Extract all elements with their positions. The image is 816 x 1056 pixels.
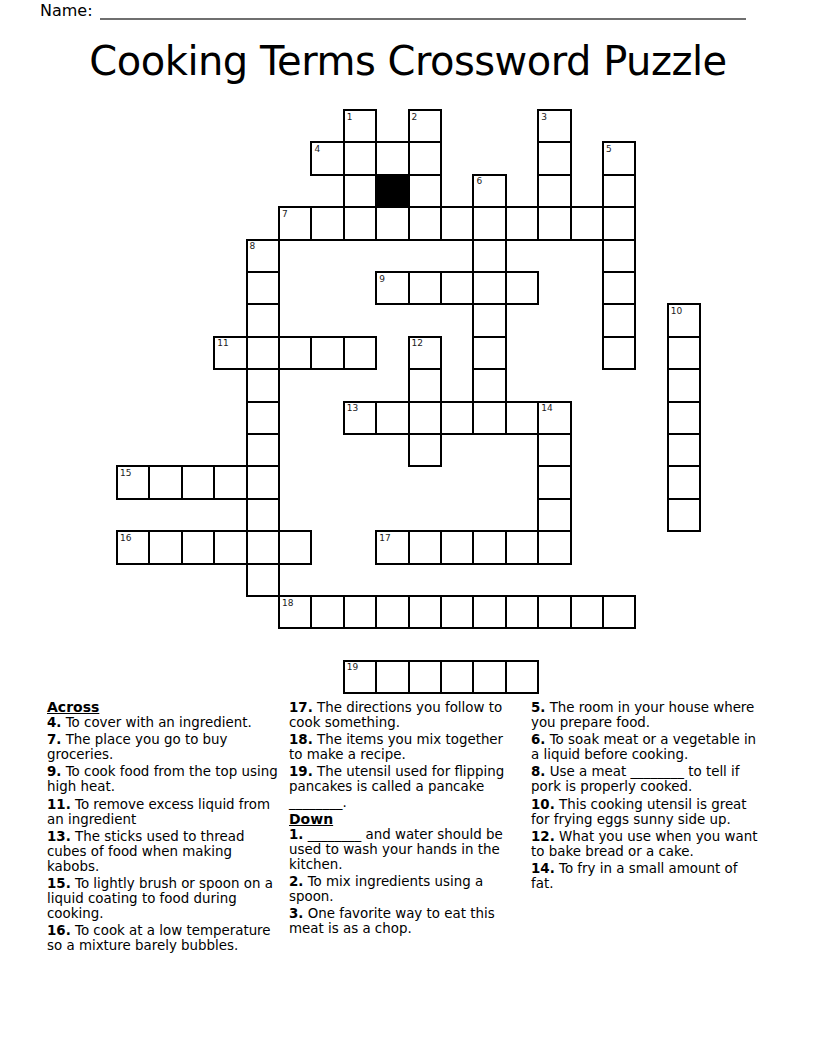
grid-cell[interactable] [246, 433, 280, 467]
grid-cell[interactable] [602, 239, 636, 273]
across-clue-4: 4. To cover with an ingredient. [47, 715, 278, 730]
cell-number: 2 [412, 112, 418, 122]
grid-cell[interactable] [246, 303, 280, 337]
grid-cell[interactable]: 12 [408, 336, 442, 370]
grid-cell[interactable] [213, 530, 247, 564]
grid-cell[interactable] [343, 595, 377, 629]
grid-cell[interactable] [570, 595, 604, 629]
grid-cell[interactable] [537, 498, 571, 532]
clue-number: 9. [47, 764, 61, 779]
clue-number: 16. [47, 923, 71, 938]
grid-cell[interactable] [246, 465, 280, 499]
grid-cell[interactable] [667, 465, 701, 499]
grid-cell[interactable] [343, 206, 377, 240]
grid-cell[interactable] [375, 401, 409, 435]
across-clue-19: 19. The utensil used for flipping pancak… [289, 764, 520, 809]
grid-cell[interactable] [472, 303, 506, 337]
across-clue-17: 17. The directions you follow to cook so… [289, 700, 520, 730]
name-label: Name: [40, 2, 93, 20]
grid-cell[interactable] [375, 660, 409, 694]
clue-number: 1. [289, 827, 303, 842]
grid-cell[interactable] [408, 174, 442, 208]
across-clue-7: 7. The place you go to buy groceries. [47, 732, 278, 762]
grid-cell[interactable] [472, 336, 506, 370]
grid-cell[interactable] [278, 530, 312, 564]
grid-cell[interactable]: 18 [278, 595, 312, 629]
cell-number: 9 [379, 274, 385, 284]
grid-cell[interactable]: 5 [602, 141, 636, 175]
down-clue-1: 1. ________ and water should be used to … [289, 827, 520, 872]
clue-number: 8. [531, 764, 545, 779]
cell-number: 5 [606, 144, 612, 154]
clue-number: 14. [531, 861, 555, 876]
grid-cell[interactable] [537, 206, 571, 240]
crossword-grid: 12345678910111213141516171819 [117, 110, 701, 694]
grid-cell[interactable] [246, 271, 280, 305]
grid-cell[interactable]: 3 [537, 109, 571, 143]
down-clue-3: 3. One favorite way to eat this meat is … [289, 906, 520, 936]
cell-number: 1 [347, 112, 353, 122]
clue-number: 6. [531, 732, 545, 747]
grid-cell[interactable] [602, 303, 636, 337]
grid-cell[interactable]: 16 [116, 530, 150, 564]
grid-cell[interactable] [537, 141, 571, 175]
grid-cell[interactable] [602, 271, 636, 305]
grid-cell[interactable] [408, 530, 442, 564]
grid-cell[interactable] [181, 465, 215, 499]
grid-cell[interactable] [246, 530, 280, 564]
grid-cell[interactable] [505, 271, 539, 305]
cell-number: 7 [282, 209, 288, 219]
cell-number: 14 [541, 403, 552, 413]
cell-number: 19 [347, 662, 358, 672]
grid-cell[interactable] [246, 401, 280, 435]
grid-cell[interactable] [310, 206, 344, 240]
grid-cell[interactable] [602, 206, 636, 240]
grid-cell[interactable] [472, 368, 506, 402]
grid-cell[interactable] [408, 206, 442, 240]
clue-column-left: Across4. To cover with an ingredient.7. … [47, 700, 278, 956]
grid-cell[interactable] [537, 174, 571, 208]
grid-cell[interactable]: 6 [472, 174, 506, 208]
grid-cell[interactable] [310, 336, 344, 370]
across-header: Across [47, 700, 278, 715]
grid-cell[interactable] [278, 336, 312, 370]
down-clue-10: 10. This cooking utensil is great for fr… [531, 797, 762, 827]
grid-cell[interactable] [440, 271, 474, 305]
clue-column-right: 5. The room in your house where you prep… [531, 700, 762, 893]
grid-cell[interactable] [310, 595, 344, 629]
grid-cell[interactable] [375, 206, 409, 240]
grid-cell[interactable]: 11 [213, 336, 247, 370]
grid-cell[interactable] [505, 401, 539, 435]
cell-number: 18 [282, 598, 293, 608]
cell-number: 11 [217, 338, 228, 348]
grid-cell[interactable] [440, 660, 474, 694]
grid-cell[interactable] [537, 465, 571, 499]
grid-cell[interactable] [667, 498, 701, 532]
down-header: Down [289, 812, 520, 827]
cell-number: 6 [476, 176, 482, 186]
grid-cell[interactable] [570, 206, 604, 240]
grid-cell[interactable] [375, 141, 409, 175]
grid-cell[interactable] [213, 465, 247, 499]
grid-cell[interactable] [472, 206, 506, 240]
grid-cell[interactable] [537, 530, 571, 564]
grid-cell[interactable] [505, 595, 539, 629]
across-clue-18: 18. The items you mix together to make a… [289, 732, 520, 762]
grid-cell[interactable] [472, 239, 506, 273]
grid-cell[interactable]: 8 [246, 239, 280, 273]
grid-cell[interactable] [667, 401, 701, 435]
grid-cell[interactable] [343, 336, 377, 370]
clue-number: 4. [47, 715, 61, 730]
grid-cell[interactable] [440, 206, 474, 240]
down-clue-12: 12. What you use when you want to bake b… [531, 829, 762, 859]
cell-number: 13 [347, 403, 358, 413]
cell-number: 10 [671, 306, 682, 316]
grid-cell[interactable] [148, 530, 182, 564]
grid-cell[interactable]: 4 [310, 141, 344, 175]
grid-cell[interactable] [602, 174, 636, 208]
grid-cell[interactable] [472, 401, 506, 435]
cell-number: 8 [250, 241, 256, 251]
grid-cell[interactable] [343, 174, 377, 208]
grid-cell[interactable] [472, 595, 506, 629]
grid-cell[interactable]: 17 [375, 530, 409, 564]
clue-number: 13. [47, 829, 71, 844]
grid-cell[interactable] [375, 595, 409, 629]
clue-number: 12. [531, 829, 555, 844]
across-clue-9: 9. To cook food from the top using high … [47, 764, 278, 794]
across-clue-11: 11. To remove excess liquid from an ingr… [47, 797, 278, 827]
grid-cell[interactable] [505, 530, 539, 564]
grid-cell[interactable] [408, 368, 442, 402]
grid-cell[interactable] [472, 271, 506, 305]
grid-cell[interactable]: 13 [343, 401, 377, 435]
clue-number: 3. [289, 906, 303, 921]
grid-cell[interactable] [408, 141, 442, 175]
cell-number: 12 [412, 338, 423, 348]
grid-cell[interactable] [667, 433, 701, 467]
grid-cell[interactable] [667, 368, 701, 402]
down-clue-2: 2. To mix ingredients using a spoon. [289, 874, 520, 904]
crossword-worksheet-page: { "game": "crossword", "page": { "name_l… [0, 0, 816, 1056]
name-blank-line[interactable] [100, 2, 746, 20]
page-title: Cooking Terms Crossword Puzzle [0, 36, 816, 86]
grid-cell[interactable] [408, 595, 442, 629]
cell-number: 17 [379, 533, 390, 543]
cell-number: 3 [541, 112, 547, 122]
grid-cell[interactable] [667, 336, 701, 370]
grid-cell[interactable] [246, 563, 280, 597]
grid-cell[interactable] [440, 595, 474, 629]
grid-cell[interactable]: 10 [667, 303, 701, 337]
clue-number: 17. [289, 700, 313, 715]
clue-number: 10. [531, 797, 555, 812]
grid-cell[interactable] [181, 530, 215, 564]
down-clue-8: 8. Use a meat ________ to tell if pork i… [531, 764, 762, 794]
down-clue-14: 14. To fry in a small amount of fat. [531, 861, 762, 891]
grid-cell[interactable]: 2 [408, 109, 442, 143]
clue-number: 5. [531, 700, 545, 715]
grid-cell[interactable]: 15 [116, 465, 150, 499]
grid-cell[interactable] [408, 433, 442, 467]
clue-number: 15. [47, 876, 71, 891]
grid-cell[interactable] [408, 660, 442, 694]
grid-cell[interactable] [602, 595, 636, 629]
across-clue-13: 13. The sticks used to thread cubes of f… [47, 829, 278, 874]
grid-cell[interactable] [246, 336, 280, 370]
down-clue-5: 5. The room in your house where you prep… [531, 700, 762, 730]
grid-cell[interactable]: 1 [343, 109, 377, 143]
grid-cell[interactable] [440, 401, 474, 435]
grid-cell[interactable] [148, 465, 182, 499]
grid-cell[interactable] [602, 336, 636, 370]
grid-cell[interactable] [505, 660, 539, 694]
grid-cell[interactable] [246, 368, 280, 402]
clue-number: 2. [289, 874, 303, 889]
grid-cell[interactable] [537, 433, 571, 467]
grid-cell[interactable]: 19 [343, 660, 377, 694]
grid-cell[interactable] [408, 401, 442, 435]
grid-cell[interactable] [537, 595, 571, 629]
black-cell [375, 174, 409, 208]
grid-cell[interactable] [440, 530, 474, 564]
grid-cell[interactable]: 7 [278, 206, 312, 240]
clue-number: 11. [47, 797, 71, 812]
grid-cell[interactable] [472, 530, 506, 564]
grid-cell[interactable] [472, 660, 506, 694]
across-clue-16: 16. To cook at a low temperature so a mi… [47, 923, 278, 953]
cell-number: 15 [120, 468, 131, 478]
cell-number: 16 [120, 533, 131, 543]
down-clue-6: 6. To soak meat or a vegetable in a liqu… [531, 732, 762, 762]
grid-cell[interactable] [246, 498, 280, 532]
clue-number: 7. [47, 732, 61, 747]
grid-cell[interactable] [505, 206, 539, 240]
grid-cell[interactable]: 9 [375, 271, 409, 305]
clue-column-middle: 17. The directions you follow to cook so… [289, 700, 520, 938]
grid-cell[interactable] [343, 141, 377, 175]
name-row: Name: [40, 2, 746, 20]
clue-number: 19. [289, 764, 313, 779]
across-clue-15: 15. To lightly brush or spoon on a liqui… [47, 876, 278, 921]
grid-cell[interactable]: 14 [537, 401, 571, 435]
grid-cell[interactable] [408, 271, 442, 305]
clue-number: 18. [289, 732, 313, 747]
cell-number: 4 [314, 144, 320, 154]
